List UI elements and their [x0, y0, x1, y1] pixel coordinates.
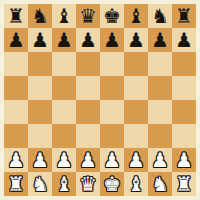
square-e7[interactable]: ♟ [100, 28, 124, 52]
square-e1[interactable]: ♚ [100, 172, 124, 196]
square-a2[interactable]: ♟ [4, 148, 28, 172]
black-knight-piece[interactable]: ♞ [31, 4, 49, 28]
square-g7[interactable]: ♟ [148, 28, 172, 52]
white-pawn-piece[interactable]: ♟ [31, 148, 49, 172]
white-rook-piece[interactable]: ♜ [7, 172, 25, 196]
square-d4[interactable] [76, 100, 100, 124]
square-h2[interactable]: ♟ [172, 148, 196, 172]
white-pawn-piece[interactable]: ♟ [175, 148, 193, 172]
black-pawn-piece[interactable]: ♟ [31, 28, 49, 52]
square-h4[interactable] [172, 100, 196, 124]
square-a5[interactable] [4, 76, 28, 100]
square-c8[interactable]: ♝ [52, 4, 76, 28]
square-g5[interactable] [148, 76, 172, 100]
square-d2[interactable]: ♟ [76, 148, 100, 172]
square-b7[interactable]: ♟ [28, 28, 52, 52]
square-c4[interactable] [52, 100, 76, 124]
black-rook-piece[interactable]: ♜ [175, 4, 193, 28]
chess-board: ♜♞♝♛♚♝♞♜♟♟♟♟♟♟♟♟♟♟♟♟♟♟♟♟♜♞♝♛♚♝♞♜ [4, 4, 196, 196]
square-a1[interactable]: ♜ [4, 172, 28, 196]
black-pawn-piece[interactable]: ♟ [79, 28, 97, 52]
white-knight-piece[interactable]: ♞ [151, 172, 169, 196]
square-g6[interactable] [148, 52, 172, 76]
square-a8[interactable]: ♜ [4, 4, 28, 28]
square-c2[interactable]: ♟ [52, 148, 76, 172]
white-pawn-piece[interactable]: ♟ [103, 148, 121, 172]
white-queen-piece[interactable]: ♛ [79, 172, 97, 196]
square-b1[interactable]: ♞ [28, 172, 52, 196]
square-e4[interactable] [100, 100, 124, 124]
white-knight-piece[interactable]: ♞ [31, 172, 49, 196]
square-d1[interactable]: ♛ [76, 172, 100, 196]
square-f1[interactable]: ♝ [124, 172, 148, 196]
square-e8[interactable]: ♚ [100, 4, 124, 28]
black-rook-piece[interactable]: ♜ [7, 4, 25, 28]
white-pawn-piece[interactable]: ♟ [7, 148, 25, 172]
black-pawn-piece[interactable]: ♟ [7, 28, 25, 52]
square-b6[interactable] [28, 52, 52, 76]
square-c5[interactable] [52, 76, 76, 100]
square-g1[interactable]: ♞ [148, 172, 172, 196]
square-h8[interactable]: ♜ [172, 4, 196, 28]
square-e3[interactable] [100, 124, 124, 148]
black-bishop-piece[interactable]: ♝ [127, 4, 145, 28]
square-e5[interactable] [100, 76, 124, 100]
black-pawn-piece[interactable]: ♟ [55, 28, 73, 52]
square-c3[interactable] [52, 124, 76, 148]
square-d3[interactable] [76, 124, 100, 148]
square-g8[interactable]: ♞ [148, 4, 172, 28]
black-bishop-piece[interactable]: ♝ [55, 4, 73, 28]
square-a3[interactable] [4, 124, 28, 148]
square-h5[interactable] [172, 76, 196, 100]
white-rook-piece[interactable]: ♜ [175, 172, 193, 196]
square-d7[interactable]: ♟ [76, 28, 100, 52]
white-pawn-piece[interactable]: ♟ [55, 148, 73, 172]
square-f2[interactable]: ♟ [124, 148, 148, 172]
black-pawn-piece[interactable]: ♟ [151, 28, 169, 52]
black-pawn-piece[interactable]: ♟ [127, 28, 145, 52]
square-b8[interactable]: ♞ [28, 4, 52, 28]
square-h3[interactable] [172, 124, 196, 148]
square-f5[interactable] [124, 76, 148, 100]
square-g3[interactable] [148, 124, 172, 148]
square-h6[interactable] [172, 52, 196, 76]
square-f7[interactable]: ♟ [124, 28, 148, 52]
white-pawn-piece[interactable]: ♟ [151, 148, 169, 172]
square-d6[interactable] [76, 52, 100, 76]
square-g4[interactable] [148, 100, 172, 124]
white-bishop-piece[interactable]: ♝ [127, 172, 145, 196]
square-b5[interactable] [28, 76, 52, 100]
square-c6[interactable] [52, 52, 76, 76]
white-king-piece[interactable]: ♚ [103, 172, 121, 196]
black-queen-piece[interactable]: ♛ [79, 4, 97, 28]
square-f6[interactable] [124, 52, 148, 76]
square-e2[interactable]: ♟ [100, 148, 124, 172]
square-d8[interactable]: ♛ [76, 4, 100, 28]
white-pawn-piece[interactable]: ♟ [127, 148, 145, 172]
board-margin: ♜♞♝♛♚♝♞♜♟♟♟♟♟♟♟♟♟♟♟♟♟♟♟♟♜♞♝♛♚♝♞♜ [0, 0, 200, 200]
square-g2[interactable]: ♟ [148, 148, 172, 172]
square-d5[interactable] [76, 76, 100, 100]
square-c7[interactable]: ♟ [52, 28, 76, 52]
square-h7[interactable]: ♟ [172, 28, 196, 52]
square-a7[interactable]: ♟ [4, 28, 28, 52]
black-knight-piece[interactable]: ♞ [151, 4, 169, 28]
square-e6[interactable] [100, 52, 124, 76]
square-a6[interactable] [4, 52, 28, 76]
square-a4[interactable] [4, 100, 28, 124]
square-b2[interactable]: ♟ [28, 148, 52, 172]
square-f4[interactable] [124, 100, 148, 124]
black-king-piece[interactable]: ♚ [103, 4, 121, 28]
white-pawn-piece[interactable]: ♟ [79, 148, 97, 172]
square-b4[interactable] [28, 100, 52, 124]
black-pawn-piece[interactable]: ♟ [175, 28, 193, 52]
square-f3[interactable] [124, 124, 148, 148]
black-pawn-piece[interactable]: ♟ [103, 28, 121, 52]
white-bishop-piece[interactable]: ♝ [55, 172, 73, 196]
square-c1[interactable]: ♝ [52, 172, 76, 196]
square-f8[interactable]: ♝ [124, 4, 148, 28]
square-b3[interactable] [28, 124, 52, 148]
square-h1[interactable]: ♜ [172, 172, 196, 196]
